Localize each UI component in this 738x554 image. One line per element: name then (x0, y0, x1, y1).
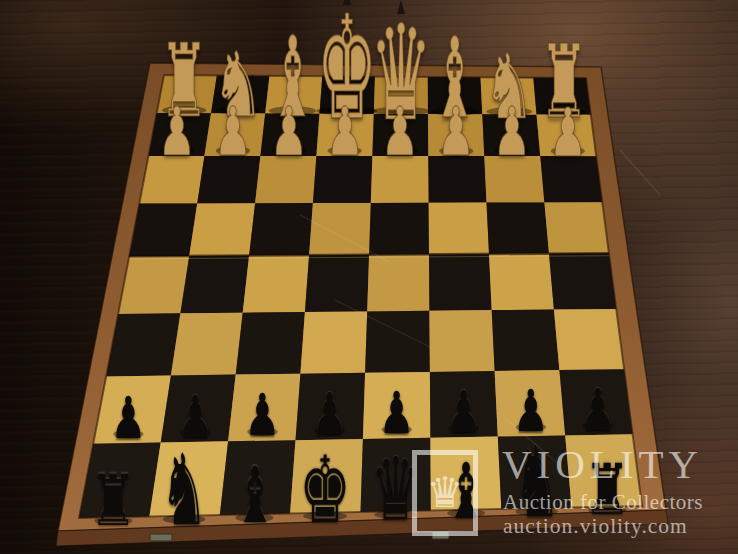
piece-black-bishop[interactable]: ♝ (233, 457, 276, 535)
square-b4[interactable] (487, 203, 550, 255)
piece-black-knight[interactable]: ♞ (513, 434, 561, 532)
auction-photo: ♜♞♝♚♛♝♞♜♟♟♟♟♟♟♟♟♟♟♟♟♟♟♟♟♜♞♝♚♛♝♞♜ ♛ VIOLI… (0, 0, 738, 554)
square-d5[interactable] (367, 254, 429, 311)
square-a5[interactable] (549, 253, 616, 309)
piece-white-pawn[interactable]: ♟ (270, 98, 308, 166)
piece-black-queen[interactable]: ♛ (370, 446, 420, 533)
piece-black-bishop[interactable]: ♝ (445, 452, 488, 530)
piece-white-pawn[interactable]: ♟ (158, 98, 196, 166)
piece-white-pawn[interactable]: ♟ (325, 98, 363, 166)
square-a4[interactable] (544, 202, 609, 253)
piece-black-pawn[interactable]: ♟ (379, 384, 415, 442)
square-d4[interactable] (369, 203, 429, 255)
square-b6[interactable] (492, 310, 560, 372)
square-a6[interactable] (554, 309, 624, 370)
square-f4[interactable] (249, 203, 313, 256)
square-c4[interactable] (429, 203, 489, 255)
square-g5[interactable] (180, 256, 249, 314)
piece-white-pawn[interactable]: ♟ (549, 98, 587, 166)
piece-black-rook[interactable]: ♜ (90, 466, 137, 536)
square-e6[interactable] (300, 311, 367, 373)
square-h4[interactable] (129, 204, 197, 257)
square-c5[interactable] (429, 254, 492, 311)
piece-black-pawn[interactable]: ♟ (446, 383, 482, 441)
square-g6[interactable] (171, 313, 243, 376)
piece-black-rook[interactable]: ♜ (584, 455, 631, 525)
piece-white-pawn[interactable]: ♟ (214, 98, 252, 166)
square-f6[interactable] (236, 312, 305, 375)
piece-black-king[interactable]: ♚ (299, 443, 351, 536)
square-h5[interactable] (118, 256, 189, 314)
square-g4[interactable] (189, 203, 255, 256)
square-e5[interactable] (305, 255, 369, 312)
piece-black-pawn[interactable]: ♟ (110, 389, 146, 447)
square-c6[interactable] (429, 310, 494, 372)
piece-white-pawn[interactable]: ♟ (437, 98, 475, 166)
piece-black-knight[interactable]: ♞ (160, 442, 208, 540)
piece-black-pawn[interactable]: ♟ (245, 386, 281, 444)
scratch-mark (620, 150, 660, 195)
piece-white-pawn[interactable]: ♟ (493, 98, 531, 166)
square-f5[interactable] (243, 255, 309, 313)
square-b5[interactable] (489, 254, 554, 311)
piece-white-pawn[interactable]: ♟ (381, 98, 419, 166)
piece-black-pawn[interactable]: ♟ (580, 381, 616, 439)
